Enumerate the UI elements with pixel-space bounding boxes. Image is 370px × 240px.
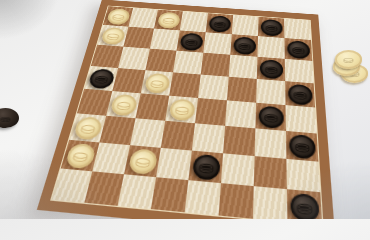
square-r1c6 xyxy=(232,15,259,36)
square-r3c6 xyxy=(229,55,258,79)
square-r2c7 xyxy=(257,36,284,59)
square-r3c3 xyxy=(145,49,176,73)
dark-piece-r7c5[interactable]: ⛂ xyxy=(191,153,220,180)
square-r8c8: ⛂ xyxy=(287,189,322,219)
square-r2c4: ⛂ xyxy=(177,30,206,52)
dark-piece-r2c6[interactable]: ⛂ xyxy=(233,36,256,55)
square-r5c5 xyxy=(195,98,227,126)
dark-piece-r6c8[interactable]: ⛂ xyxy=(289,133,316,158)
dark-piece-r1c7[interactable]: ⛂ xyxy=(260,19,282,37)
square-r8c7 xyxy=(253,186,288,219)
dark-piece-r2c8[interactable]: ⛂ xyxy=(287,40,310,59)
light-piece-r4c3[interactable]: ⛀ xyxy=(144,72,171,93)
square-r7c5: ⛂ xyxy=(188,151,223,184)
checkers-photo-frame: { "game": "checkers (english draughts), … xyxy=(0,0,370,219)
board-perspective-wrapper: ⛀⛀⛂⛂⛀⛂⛂⛂⛂⛂⛀⛂⛀⛀⛂⛀⛂⛀⛀⛂⛂ xyxy=(37,0,336,219)
captured-light-piece-top[interactable]: ⛀ xyxy=(335,50,362,69)
square-r1c8 xyxy=(284,19,311,40)
light-piece-r7c3[interactable]: ⛀ xyxy=(127,148,157,175)
square-r2c5 xyxy=(203,32,231,54)
light-piece-r7c1[interactable]: ⛀ xyxy=(64,142,96,168)
dark-piece-r8c8[interactable]: ⛂ xyxy=(290,192,319,219)
square-r6c4 xyxy=(161,121,195,151)
square-r7c6 xyxy=(221,153,255,186)
checkers-board-grid: ⛀⛀⛂⛂⛀⛂⛂⛂⛂⛂⛀⛂⛀⛀⛂⛀⛂⛀⛀⛂⛂ xyxy=(52,6,323,219)
square-r5c8 xyxy=(286,105,317,133)
dark-piece-r3c7[interactable]: ⛂ xyxy=(259,59,282,79)
light-piece-r6c1[interactable]: ⛀ xyxy=(72,116,103,140)
square-r4c5 xyxy=(198,75,229,101)
square-r6c3 xyxy=(130,118,165,148)
square-r8c6 xyxy=(219,183,254,219)
square-r3c8 xyxy=(285,59,314,84)
square-r1c5: ⛂ xyxy=(206,13,233,34)
dark-piece-r4c8[interactable]: ⛂ xyxy=(288,83,313,105)
captured-dark-piece[interactable]: ⛂ xyxy=(0,108,19,128)
square-r7c7 xyxy=(254,156,287,189)
dark-piece-r4c1[interactable]: ⛂ xyxy=(87,68,115,89)
square-r8c3 xyxy=(118,174,157,209)
square-r1c3: ⛀ xyxy=(154,10,183,31)
dark-man-glyph: ⛂ xyxy=(0,111,19,125)
square-r4c6 xyxy=(227,77,257,103)
square-r7c3: ⛀ xyxy=(124,145,161,177)
square-r7c4 xyxy=(156,148,192,180)
light-piece-r5c2[interactable]: ⛀ xyxy=(109,93,138,116)
square-r4c3: ⛀ xyxy=(141,70,173,95)
light-piece-r2c1[interactable]: ⛀ xyxy=(100,27,126,45)
square-r3c7: ⛂ xyxy=(257,57,285,81)
light-piece-r1c3[interactable]: ⛀ xyxy=(157,11,181,28)
square-r1c4 xyxy=(180,11,208,32)
square-r4c7 xyxy=(256,79,285,105)
light-man-glyph: ⛀ xyxy=(335,53,362,67)
square-r5c4: ⛀ xyxy=(165,96,198,124)
square-r2c3 xyxy=(150,29,180,51)
light-piece-r1c1[interactable]: ⛀ xyxy=(106,8,131,25)
square-r5c7: ⛂ xyxy=(255,103,286,131)
square-r6c5 xyxy=(192,123,225,153)
square-r4c4 xyxy=(169,72,201,98)
photo-scene: ⛀⛀⛂⛂⛀⛂⛂⛂⛂⛂⛀⛂⛀⛀⛂⛀⛂⛀⛀⛂⛂ xyxy=(0,0,370,219)
square-r6c7 xyxy=(255,128,287,159)
square-r1c7: ⛂ xyxy=(258,17,284,38)
dark-piece-r1c5[interactable]: ⛂ xyxy=(208,15,231,32)
board-frame: ⛀⛀⛂⛂⛀⛂⛂⛂⛂⛂⛀⛂⛀⛀⛂⛀⛂⛀⛀⛂⛂ xyxy=(37,0,336,219)
square-r6c8: ⛂ xyxy=(286,131,318,162)
dark-piece-r2c4[interactable]: ⛂ xyxy=(179,32,203,50)
square-r4c8: ⛂ xyxy=(285,81,315,107)
light-piece-r5c4[interactable]: ⛀ xyxy=(168,98,195,121)
square-r3c4 xyxy=(173,51,203,75)
square-r3c5 xyxy=(201,53,231,77)
square-r8c5 xyxy=(185,180,221,215)
square-r7c8 xyxy=(286,159,320,192)
square-r2c6: ⛂ xyxy=(230,34,258,57)
square-r5c6 xyxy=(225,100,256,128)
dark-piece-r5c7[interactable]: ⛂ xyxy=(258,105,283,128)
square-r8c4 xyxy=(151,177,188,212)
square-r5c3 xyxy=(136,93,170,120)
square-r6c6 xyxy=(223,126,255,156)
square-r2c8: ⛂ xyxy=(284,38,312,61)
